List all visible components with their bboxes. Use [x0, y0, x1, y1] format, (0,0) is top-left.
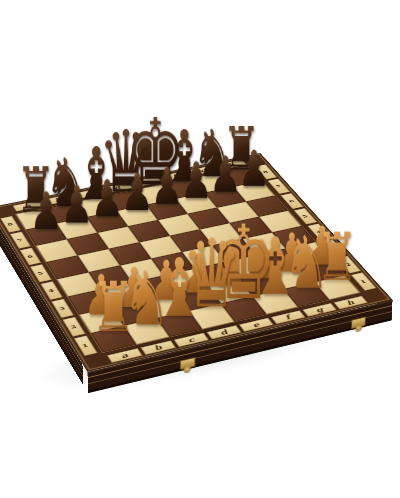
brass-clasp-right: [351, 316, 366, 329]
chess-board: abcdefgh abcdefgh 87654321 87654321 ♜♞♝♛…: [0, 153, 393, 372]
coord-4-left: 4: [40, 281, 62, 300]
product-photo: abcdefgh abcdefgh 87654321 87654321 ♜♞♝♛…: [0, 0, 400, 498]
coord-7-left: 7: [9, 231, 30, 248]
coord-5-left: 5: [29, 264, 51, 282]
brass-clasp-left: [180, 357, 196, 370]
coord-6-left: 6: [19, 248, 40, 266]
white-rook-glyph: ♜: [91, 274, 136, 343]
scene: abcdefgh abcdefgh 87654321 87654321 ♜♞♝♛…: [0, 0, 400, 498]
